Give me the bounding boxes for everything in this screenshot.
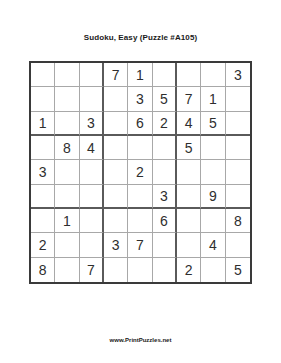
cell-r7c1 bbox=[31, 209, 55, 233]
cell-r6c3 bbox=[80, 185, 104, 209]
cell-r5c5: 2 bbox=[128, 160, 152, 184]
cell-r4c8 bbox=[201, 136, 225, 160]
cell-r3c9 bbox=[226, 112, 250, 136]
cell-r5c4 bbox=[104, 160, 128, 184]
cell-r8c6 bbox=[153, 233, 177, 257]
cell-r3c8: 5 bbox=[201, 112, 225, 136]
cell-r4c3: 4 bbox=[80, 136, 104, 160]
cell-r6c6: 3 bbox=[153, 185, 177, 209]
cell-r1c1 bbox=[31, 63, 55, 87]
puzzle-title: Sudoku, Easy (Puzzle #A105) bbox=[0, 33, 281, 42]
cell-r5c7 bbox=[177, 160, 201, 184]
cell-r2c6: 5 bbox=[153, 87, 177, 111]
cell-r7c7 bbox=[177, 209, 201, 233]
cell-r5c1: 3 bbox=[31, 160, 55, 184]
cell-r7c5 bbox=[128, 209, 152, 233]
cell-r7c4 bbox=[104, 209, 128, 233]
cell-r8c5: 7 bbox=[128, 233, 152, 257]
cell-r1c8 bbox=[201, 63, 225, 87]
cell-r1c3 bbox=[80, 63, 104, 87]
cell-r7c2: 1 bbox=[55, 209, 79, 233]
cell-r4c7: 5 bbox=[177, 136, 201, 160]
cell-r8c8: 4 bbox=[201, 233, 225, 257]
cell-r1c5: 1 bbox=[128, 63, 152, 87]
cell-r8c9 bbox=[226, 233, 250, 257]
cell-r4c5 bbox=[128, 136, 152, 160]
cell-r9c9: 5 bbox=[226, 258, 250, 282]
cell-r3c4 bbox=[104, 112, 128, 136]
cell-r6c7 bbox=[177, 185, 201, 209]
cell-r7c6: 6 bbox=[153, 209, 177, 233]
cell-r7c8 bbox=[201, 209, 225, 233]
cell-r9c6 bbox=[153, 258, 177, 282]
cell-r6c9 bbox=[226, 185, 250, 209]
cell-r3c3: 3 bbox=[80, 112, 104, 136]
cell-r9c8 bbox=[201, 258, 225, 282]
cell-r1c9: 3 bbox=[226, 63, 250, 87]
cell-r4c1 bbox=[31, 136, 55, 160]
cell-r6c1 bbox=[31, 185, 55, 209]
cell-r5c8 bbox=[201, 160, 225, 184]
cell-r4c4 bbox=[104, 136, 128, 160]
cell-r2c5: 3 bbox=[128, 87, 152, 111]
cell-r6c5 bbox=[128, 185, 152, 209]
cell-r2c7: 7 bbox=[177, 87, 201, 111]
cell-r2c4 bbox=[104, 87, 128, 111]
cell-r7c9: 8 bbox=[226, 209, 250, 233]
cell-r5c3 bbox=[80, 160, 104, 184]
cell-r2c9 bbox=[226, 87, 250, 111]
footer-url: www.PrintPuzzles.net bbox=[0, 337, 281, 343]
cell-r9c4 bbox=[104, 258, 128, 282]
cell-r3c6: 2 bbox=[153, 112, 177, 136]
cell-r6c4 bbox=[104, 185, 128, 209]
cell-r1c2 bbox=[55, 63, 79, 87]
cell-r5c2 bbox=[55, 160, 79, 184]
cell-r5c6 bbox=[153, 160, 177, 184]
cell-r8c1: 2 bbox=[31, 233, 55, 257]
cell-r8c4: 3 bbox=[104, 233, 128, 257]
cell-r6c8: 9 bbox=[201, 185, 225, 209]
cell-r9c5 bbox=[128, 258, 152, 282]
cell-r2c8: 1 bbox=[201, 87, 225, 111]
cell-r9c1: 8 bbox=[31, 258, 55, 282]
cell-r4c6 bbox=[153, 136, 177, 160]
cell-r2c3 bbox=[80, 87, 104, 111]
cell-r6c2 bbox=[55, 185, 79, 209]
cell-r9c2 bbox=[55, 258, 79, 282]
puzzle-page: Sudoku, Easy (Puzzle #A105) 713357113624… bbox=[0, 0, 281, 363]
cell-r4c2: 8 bbox=[55, 136, 79, 160]
cell-r7c3 bbox=[80, 209, 104, 233]
cell-r5c9 bbox=[226, 160, 250, 184]
cell-r1c4: 7 bbox=[104, 63, 128, 87]
cell-r3c2 bbox=[55, 112, 79, 136]
cell-r8c7 bbox=[177, 233, 201, 257]
cell-r2c1 bbox=[31, 87, 55, 111]
cell-r3c5: 6 bbox=[128, 112, 152, 136]
cell-r4c9 bbox=[226, 136, 250, 160]
cell-r2c2 bbox=[55, 87, 79, 111]
cell-r8c3 bbox=[80, 233, 104, 257]
cell-r3c7: 4 bbox=[177, 112, 201, 136]
cell-r1c7 bbox=[177, 63, 201, 87]
cell-r9c7: 2 bbox=[177, 258, 201, 282]
cell-r9c3: 7 bbox=[80, 258, 104, 282]
sudoku-board: 7133571136245845323916823748725 bbox=[29, 61, 252, 284]
cell-r1c6 bbox=[153, 63, 177, 87]
cell-r3c1: 1 bbox=[31, 112, 55, 136]
cell-r8c2 bbox=[55, 233, 79, 257]
